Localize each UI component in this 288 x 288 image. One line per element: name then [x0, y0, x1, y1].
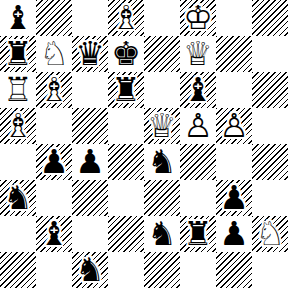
square-h1[interactable] [252, 252, 288, 288]
square-g7[interactable] [216, 36, 252, 72]
square-c2[interactable] [72, 216, 108, 252]
square-g5[interactable]: ♟♙ [216, 108, 252, 144]
square-g4[interactable] [216, 144, 252, 180]
black-rook-icon: ♜ [0, 36, 36, 72]
square-h7[interactable] [252, 36, 288, 72]
square-d7[interactable]: ♚♚ [108, 36, 144, 72]
white-knight-icon: ♘ [36, 36, 72, 72]
square-f1[interactable] [180, 252, 216, 288]
square-f4[interactable] [180, 144, 216, 180]
square-b5[interactable] [36, 108, 72, 144]
white-rook-icon: ♖ [0, 72, 36, 108]
black-knight-icon: ♞ [144, 216, 180, 252]
square-g3[interactable]: ♟♟ [216, 180, 252, 216]
square-e1[interactable] [144, 252, 180, 288]
square-d2[interactable] [108, 216, 144, 252]
black-bishop-icon: ♝ [36, 216, 72, 252]
white-bishop-icon: ♗ [36, 72, 72, 108]
square-d8[interactable]: ♝♗ [108, 0, 144, 36]
square-h5[interactable] [252, 108, 288, 144]
square-b8[interactable] [36, 0, 72, 36]
black-pawn-icon: ♟ [216, 216, 252, 252]
white-bishop-icon: ♗ [0, 108, 36, 144]
square-a3[interactable]: ♞♞ [0, 180, 36, 216]
square-c8[interactable] [72, 0, 108, 36]
square-h3[interactable] [252, 180, 288, 216]
square-d5[interactable] [108, 108, 144, 144]
square-c4[interactable]: ♟♟ [72, 144, 108, 180]
square-b7[interactable]: ♞♘ [36, 36, 72, 72]
square-f2[interactable]: ♜♜ [180, 216, 216, 252]
square-a7[interactable]: ♜♜ [0, 36, 36, 72]
square-a5[interactable]: ♝♗ [0, 108, 36, 144]
square-d4[interactable] [108, 144, 144, 180]
black-bishop-icon: ♝ [180, 72, 216, 108]
black-pawn-icon: ♟ [72, 144, 108, 180]
black-bishop-icon: ♝ [0, 0, 36, 36]
white-queen-icon: ♕ [144, 108, 180, 144]
square-c7[interactable]: ♛♛ [72, 36, 108, 72]
square-c1[interactable]: ♞♞ [72, 252, 108, 288]
square-b1[interactable] [36, 252, 72, 288]
square-f7[interactable]: ♛♕ [180, 36, 216, 72]
white-queen-icon: ♕ [180, 36, 216, 72]
square-e5[interactable]: ♛♕ [144, 108, 180, 144]
square-e2[interactable]: ♞♞ [144, 216, 180, 252]
black-rook-icon: ♜ [108, 72, 144, 108]
square-a1[interactable] [0, 252, 36, 288]
square-f6[interactable]: ♝♝ [180, 72, 216, 108]
square-h6[interactable] [252, 72, 288, 108]
black-knight-icon: ♞ [0, 180, 36, 216]
square-c5[interactable] [72, 108, 108, 144]
square-b6[interactable]: ♝♗ [36, 72, 72, 108]
black-knight-icon: ♞ [144, 144, 180, 180]
square-h4[interactable] [252, 144, 288, 180]
white-knight-icon: ♘ [252, 216, 288, 252]
square-e6[interactable] [144, 72, 180, 108]
square-c6[interactable] [72, 72, 108, 108]
square-d1[interactable] [108, 252, 144, 288]
square-g8[interactable] [216, 0, 252, 36]
square-d6[interactable]: ♜♜ [108, 72, 144, 108]
square-e8[interactable] [144, 0, 180, 36]
square-e3[interactable] [144, 180, 180, 216]
square-c3[interactable] [72, 180, 108, 216]
square-b3[interactable] [36, 180, 72, 216]
black-pawn-icon: ♟ [36, 144, 72, 180]
square-f3[interactable] [180, 180, 216, 216]
square-a8[interactable]: ♝♝ [0, 0, 36, 36]
square-b4[interactable]: ♟♟ [36, 144, 72, 180]
white-pawn-icon: ♙ [216, 108, 252, 144]
square-a4[interactable] [0, 144, 36, 180]
square-d3[interactable] [108, 180, 144, 216]
square-e4[interactable]: ♞♞ [144, 144, 180, 180]
square-g2[interactable]: ♟♟ [216, 216, 252, 252]
square-f8[interactable]: ♚♔ [180, 0, 216, 36]
black-queen-icon: ♛ [72, 36, 108, 72]
square-h2[interactable]: ♞♘ [252, 216, 288, 252]
square-a2[interactable] [0, 216, 36, 252]
chess-board: ♝♝♝♗♚♔♜♜♞♘♛♛♚♚♛♕♜♖♝♗♜♜♝♝♝♗♛♕♟♙♟♙♟♟♟♟♞♞♞♞… [0, 0, 288, 288]
square-f5[interactable]: ♟♙ [180, 108, 216, 144]
black-pawn-icon: ♟ [216, 180, 252, 216]
square-g1[interactable] [216, 252, 252, 288]
black-knight-icon: ♞ [72, 252, 108, 288]
square-a6[interactable]: ♜♖ [0, 72, 36, 108]
square-g6[interactable] [216, 72, 252, 108]
black-king-icon: ♚ [108, 36, 144, 72]
white-pawn-icon: ♙ [180, 108, 216, 144]
white-bishop-icon: ♗ [108, 0, 144, 36]
black-rook-icon: ♜ [180, 216, 216, 252]
white-king-icon: ♔ [180, 0, 216, 36]
square-h8[interactable] [252, 0, 288, 36]
square-b2[interactable]: ♝♝ [36, 216, 72, 252]
square-e7[interactable] [144, 36, 180, 72]
